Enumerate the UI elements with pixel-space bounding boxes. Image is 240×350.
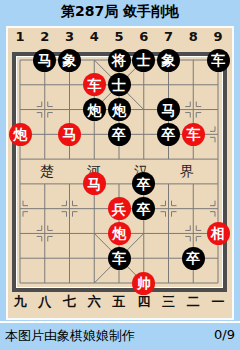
black-horse-piece[interactable]: 马 (157, 98, 180, 121)
red-cannon-piece[interactable]: 炮 (9, 123, 32, 146)
black-cannon-piece[interactable]: 炮 (108, 98, 131, 121)
black-soldier-piece[interactable]: 卒 (108, 123, 131, 146)
black-advisor-piece[interactable]: 士 (108, 73, 131, 96)
file-number: 六 (84, 295, 104, 309)
credit-text: 本图片由象棋娘娘制作 (5, 327, 135, 345)
red-general-piece[interactable]: 帅 (132, 272, 155, 295)
file-number: 九 (10, 295, 30, 309)
red-cannon-piece[interactable]: 炮 (108, 222, 131, 245)
file-number: 七 (60, 295, 80, 309)
red-chariot-piece[interactable]: 车 (182, 123, 205, 146)
black-cannon-piece[interactable]: 炮 (83, 98, 106, 121)
file-number: 3 (60, 30, 80, 44)
file-number: 6 (134, 30, 154, 44)
red-horse-piece[interactable]: 马 (83, 172, 106, 195)
red-soldier-piece[interactable]: 兵 (108, 197, 131, 220)
file-number: 四 (134, 295, 154, 309)
file-number: 五 (109, 295, 129, 309)
black-chariot-piece[interactable]: 车 (108, 247, 131, 270)
black-elephant-piece[interactable]: 象 (157, 49, 180, 72)
red-elephant-piece[interactable]: 相 (207, 222, 230, 245)
file-number: 三 (159, 295, 179, 309)
footer-divider (0, 321, 240, 323)
river-char: 楚 (40, 163, 54, 179)
file-number: 二 (183, 295, 203, 309)
file-number: 8 (183, 30, 203, 44)
black-chariot-piece[interactable]: 车 (207, 49, 230, 72)
file-number: 一 (208, 295, 228, 309)
black-soldier-piece[interactable]: 卒 (182, 247, 205, 270)
file-number: 7 (159, 30, 179, 44)
file-number: 4 (84, 30, 104, 44)
black-horse-piece[interactable]: 马 (33, 49, 56, 72)
black-elephant-piece[interactable]: 象 (58, 49, 81, 72)
move-counter: 0/9 (214, 327, 235, 342)
file-number: 2 (35, 30, 55, 44)
file-number: 9 (208, 30, 228, 44)
file-number: 1 (10, 30, 30, 44)
red-chariot-piece[interactable]: 车 (83, 73, 106, 96)
black-general-piece[interactable]: 将 (108, 49, 131, 72)
red-horse-piece[interactable]: 马 (58, 123, 81, 146)
river-char: 界 (180, 163, 194, 179)
file-number: 5 (109, 30, 129, 44)
xiangqi-puzzle-page: 第287局 敛手削地 123456789 九八七六五四三二一 楚河汉界 马象将士… (0, 0, 240, 350)
file-number: 八 (35, 295, 55, 309)
black-soldier-piece[interactable]: 卒 (157, 123, 180, 146)
black-advisor-piece[interactable]: 士 (132, 49, 155, 72)
